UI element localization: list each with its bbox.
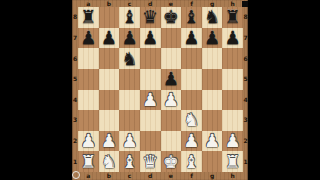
square-g5[interactable] bbox=[202, 69, 223, 90]
black-pawn-b7: ♟ bbox=[101, 28, 117, 46]
file-label-top-d: d bbox=[140, 0, 161, 7]
black-pawn-h7: ♟ bbox=[225, 28, 241, 46]
chess-board: abcdefgh abcdefgh 87654321 87654321 ♜♝♛♚… bbox=[72, 0, 248, 180]
square-h4[interactable] bbox=[222, 90, 243, 111]
white-pawn-e4: ♟ bbox=[163, 90, 179, 108]
white-pawn-c2: ♟ bbox=[121, 132, 137, 150]
black-queen-d8: ♛ bbox=[142, 8, 158, 26]
square-f8[interactable]: ♝ bbox=[181, 7, 202, 28]
white-pawn-h2: ♟ bbox=[225, 132, 241, 150]
square-e3[interactable] bbox=[161, 110, 182, 131]
square-g2[interactable]: ♟ bbox=[202, 131, 223, 152]
white-pawn-d4: ♟ bbox=[142, 90, 158, 108]
square-f5[interactable] bbox=[181, 69, 202, 90]
square-f7[interactable]: ♟ bbox=[181, 28, 202, 49]
white-queen-d1: ♛ bbox=[142, 152, 158, 170]
square-c6[interactable]: ♞ bbox=[119, 48, 140, 69]
square-g6[interactable] bbox=[202, 48, 223, 69]
square-e2[interactable] bbox=[161, 131, 182, 152]
square-a7[interactable]: ♟ bbox=[78, 28, 99, 49]
square-a2[interactable]: ♟ bbox=[78, 131, 99, 152]
square-c2[interactable]: ♟ bbox=[119, 131, 140, 152]
black-pawn-c7: ♟ bbox=[121, 28, 137, 46]
square-c1[interactable]: ♝ bbox=[119, 151, 140, 172]
square-h6[interactable] bbox=[222, 48, 243, 69]
square-b6[interactable] bbox=[99, 48, 120, 69]
white-pawn-a2: ♟ bbox=[80, 132, 96, 150]
letterbox-right bbox=[248, 0, 320, 180]
black-king-e8: ♚ bbox=[163, 8, 179, 26]
black-pawn-d7: ♟ bbox=[142, 28, 158, 46]
white-pawn-f2: ♟ bbox=[183, 132, 199, 150]
file-label-top-c: c bbox=[119, 0, 140, 7]
white-player-marker-icon bbox=[72, 171, 80, 179]
square-d5[interactable] bbox=[140, 69, 161, 90]
rank-labels-right: 87654321 bbox=[243, 7, 248, 172]
square-f4[interactable] bbox=[181, 90, 202, 111]
square-h5[interactable] bbox=[222, 69, 243, 90]
square-d8[interactable]: ♛ bbox=[140, 7, 161, 28]
square-b5[interactable] bbox=[99, 69, 120, 90]
file-label-bottom-h: h bbox=[222, 172, 243, 180]
white-rook-a1: ♜ bbox=[80, 152, 96, 170]
black-rook-h8: ♜ bbox=[225, 8, 241, 26]
white-king-e1: ♚ bbox=[163, 152, 179, 170]
rank-label-right-3: 3 bbox=[243, 110, 248, 131]
black-player-marker-icon bbox=[242, 1, 248, 7]
black-bishop-c8: ♝ bbox=[121, 8, 137, 26]
rank-label-right-6: 6 bbox=[243, 48, 248, 69]
white-pawn-g2: ♟ bbox=[204, 132, 220, 150]
square-e5[interactable]: ♟ bbox=[161, 69, 182, 90]
square-h3[interactable] bbox=[222, 110, 243, 131]
file-label-top-b: b bbox=[99, 0, 120, 7]
file-label-top-a: a bbox=[78, 0, 99, 7]
square-a6[interactable] bbox=[78, 48, 99, 69]
file-label-top-h: h bbox=[222, 0, 243, 7]
square-f3[interactable]: ♞ bbox=[181, 110, 202, 131]
square-d3[interactable] bbox=[140, 110, 161, 131]
square-e1[interactable]: ♚ bbox=[161, 151, 182, 172]
square-h7[interactable]: ♟ bbox=[222, 28, 243, 49]
file-label-bottom-d: d bbox=[140, 172, 161, 180]
black-knight-g8: ♞ bbox=[204, 8, 220, 26]
white-knight-f3: ♞ bbox=[183, 111, 199, 129]
square-c4[interactable] bbox=[119, 90, 140, 111]
square-d6[interactable] bbox=[140, 48, 161, 69]
black-pawn-g7: ♟ bbox=[204, 28, 220, 46]
square-g1[interactable] bbox=[202, 151, 223, 172]
square-c7[interactable]: ♟ bbox=[119, 28, 140, 49]
rank-label-right-4: 4 bbox=[243, 90, 248, 111]
square-a1[interactable]: ♜ bbox=[78, 151, 99, 172]
file-label-bottom-f: f bbox=[181, 172, 202, 180]
square-a5[interactable] bbox=[78, 69, 99, 90]
square-d4[interactable]: ♟ bbox=[140, 90, 161, 111]
square-e7[interactable] bbox=[161, 28, 182, 49]
file-labels-top: abcdefgh bbox=[78, 0, 243, 7]
square-b4[interactable] bbox=[99, 90, 120, 111]
square-e4[interactable]: ♟ bbox=[161, 90, 182, 111]
black-bishop-f8: ♝ bbox=[183, 8, 199, 26]
square-b1[interactable]: ♞ bbox=[99, 151, 120, 172]
black-knight-c6: ♞ bbox=[121, 49, 137, 67]
black-rook-a8: ♜ bbox=[80, 8, 96, 26]
white-bishop-f1: ♝ bbox=[183, 152, 199, 170]
rank-label-right-7: 7 bbox=[243, 28, 248, 49]
rank-label-right-5: 5 bbox=[243, 69, 248, 90]
square-b2[interactable]: ♟ bbox=[99, 131, 120, 152]
rank-label-right-8: 8 bbox=[243, 7, 248, 28]
square-b3[interactable] bbox=[99, 110, 120, 131]
file-labels-bottom: abcdefgh bbox=[78, 172, 243, 180]
square-e6[interactable] bbox=[161, 48, 182, 69]
white-knight-b1: ♞ bbox=[101, 152, 117, 170]
rank-label-right-1: 1 bbox=[243, 151, 248, 172]
square-h8[interactable]: ♜ bbox=[222, 7, 243, 28]
square-b7[interactable]: ♟ bbox=[99, 28, 120, 49]
rank-label-right-2: 2 bbox=[243, 131, 248, 152]
square-a4[interactable] bbox=[78, 90, 99, 111]
black-pawn-a7: ♟ bbox=[80, 28, 96, 46]
square-b8[interactable] bbox=[99, 7, 120, 28]
square-g8[interactable]: ♞ bbox=[202, 7, 223, 28]
square-f2[interactable]: ♟ bbox=[181, 131, 202, 152]
square-d7[interactable]: ♟ bbox=[140, 28, 161, 49]
board-squares: ♜♝♛♚♝♞♜♟♟♟♟♟♟♟♞♟♟♟♞♟♟♟♟♟♟♜♞♝♛♚♝♜ bbox=[78, 7, 243, 172]
white-bishop-c1: ♝ bbox=[121, 152, 137, 170]
file-label-bottom-a: a bbox=[78, 172, 99, 180]
file-label-top-e: e bbox=[161, 0, 182, 7]
black-pawn-e5: ♟ bbox=[163, 70, 179, 88]
file-label-bottom-g: g bbox=[202, 172, 223, 180]
square-f1[interactable]: ♝ bbox=[181, 151, 202, 172]
square-a8[interactable]: ♜ bbox=[78, 7, 99, 28]
file-label-bottom-b: b bbox=[99, 172, 120, 180]
file-label-top-f: f bbox=[181, 0, 202, 7]
square-f6[interactable] bbox=[181, 48, 202, 69]
square-c8[interactable]: ♝ bbox=[119, 7, 140, 28]
square-g7[interactable]: ♟ bbox=[202, 28, 223, 49]
square-d1[interactable]: ♛ bbox=[140, 151, 161, 172]
square-e8[interactable]: ♚ bbox=[161, 7, 182, 28]
white-rook-h1: ♜ bbox=[225, 152, 241, 170]
square-g3[interactable] bbox=[202, 110, 223, 131]
square-a3[interactable] bbox=[78, 110, 99, 131]
white-pawn-b2: ♟ bbox=[101, 132, 117, 150]
square-c3[interactable] bbox=[119, 110, 140, 131]
square-d2[interactable] bbox=[140, 131, 161, 152]
square-g4[interactable] bbox=[202, 90, 223, 111]
square-h1[interactable]: ♜ bbox=[222, 151, 243, 172]
file-label-top-g: g bbox=[202, 0, 223, 7]
square-h2[interactable]: ♟ bbox=[222, 131, 243, 152]
letterbox-left bbox=[0, 0, 72, 180]
file-label-bottom-c: c bbox=[119, 172, 140, 180]
file-label-bottom-e: e bbox=[161, 172, 182, 180]
black-pawn-f7: ♟ bbox=[183, 28, 199, 46]
square-c5[interactable] bbox=[119, 69, 140, 90]
